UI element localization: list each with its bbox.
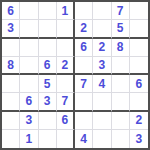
cell-r1c6-empty[interactable] <box>93 2 111 20</box>
cell-r7c2-given-3: 3 <box>20 112 38 130</box>
cell-r3c6-given-2: 2 <box>93 39 111 57</box>
cell-r2c8-empty[interactable] <box>130 20 148 38</box>
cell-r7c3-empty[interactable] <box>39 112 57 130</box>
cell-r8c7-empty[interactable] <box>112 130 130 148</box>
cell-r1c2-empty[interactable] <box>20 2 38 20</box>
cell-r5c5-given-7: 7 <box>75 75 93 93</box>
cell-r3c1-empty[interactable] <box>2 39 20 57</box>
cell-r5c4-empty[interactable] <box>57 75 75 93</box>
cell-r2c6-empty[interactable] <box>93 20 111 38</box>
cell-r8c6-empty[interactable] <box>93 130 111 148</box>
cell-r6c8-empty[interactable] <box>130 93 148 111</box>
cell-r3c7-given-8: 8 <box>112 39 130 57</box>
cell-r8c1-empty[interactable] <box>2 130 20 148</box>
cell-r2c4-empty[interactable] <box>57 20 75 38</box>
cell-r3c2-empty[interactable] <box>20 39 38 57</box>
cell-r7c6-empty[interactable] <box>93 112 111 130</box>
cell-r3c5-given-6: 6 <box>75 39 93 57</box>
cell-r3c3-empty[interactable] <box>39 39 57 57</box>
cell-r1c1-given-6: 6 <box>2 2 20 20</box>
cell-r4c8-empty[interactable] <box>130 57 148 75</box>
cell-r1c5-empty[interactable] <box>75 2 93 20</box>
cell-r6c2-given-6: 6 <box>20 93 38 111</box>
sudoku-board: 61732562886235746637362143 <box>0 0 150 150</box>
cell-r1c8-empty[interactable] <box>130 2 148 20</box>
cell-r6c7-empty[interactable] <box>112 93 130 111</box>
cell-r4c6-given-3: 3 <box>93 57 111 75</box>
cell-r1c3-empty[interactable] <box>39 2 57 20</box>
cell-r6c4-given-7: 7 <box>57 93 75 111</box>
cell-r2c2-empty[interactable] <box>20 20 38 38</box>
cell-r5c3-given-5: 5 <box>39 75 57 93</box>
cell-r6c3-given-3: 3 <box>39 93 57 111</box>
cell-r4c7-empty[interactable] <box>112 57 130 75</box>
cell-r6c1-empty[interactable] <box>2 93 20 111</box>
cell-r8c4-empty[interactable] <box>57 130 75 148</box>
cell-r8c8-given-3: 3 <box>130 130 148 148</box>
cell-r7c5-empty[interactable] <box>75 112 93 130</box>
cell-r6c5-empty[interactable] <box>75 93 93 111</box>
cell-r2c5-given-2: 2 <box>75 20 93 38</box>
cell-r6c6-empty[interactable] <box>93 93 111 111</box>
cell-r5c7-empty[interactable] <box>112 75 130 93</box>
cell-r5c8-given-6: 6 <box>130 75 148 93</box>
cell-r2c7-given-5: 5 <box>112 20 130 38</box>
cell-r4c5-empty[interactable] <box>75 57 93 75</box>
cell-r3c4-empty[interactable] <box>57 39 75 57</box>
cell-r5c2-empty[interactable] <box>20 75 38 93</box>
cell-r4c1-given-8: 8 <box>2 57 20 75</box>
cell-r2c1-given-3: 3 <box>2 20 20 38</box>
cell-r4c4-given-2: 2 <box>57 57 75 75</box>
cell-r3c8-empty[interactable] <box>130 39 148 57</box>
cell-r1c4-given-1: 1 <box>57 2 75 20</box>
cell-r4c3-given-6: 6 <box>39 57 57 75</box>
cell-r7c8-given-2: 2 <box>130 112 148 130</box>
cell-r8c5-given-4: 4 <box>75 130 93 148</box>
cell-r8c3-empty[interactable] <box>39 130 57 148</box>
cell-r5c1-empty[interactable] <box>2 75 20 93</box>
cell-r7c4-given-6: 6 <box>57 112 75 130</box>
cell-r7c7-empty[interactable] <box>112 112 130 130</box>
cell-r2c3-empty[interactable] <box>39 20 57 38</box>
cell-r5c6-given-4: 4 <box>93 75 111 93</box>
cell-r7c1-empty[interactable] <box>2 112 20 130</box>
cell-r1c7-given-7: 7 <box>112 2 130 20</box>
cell-r4c2-empty[interactable] <box>20 57 38 75</box>
cell-r8c2-given-1: 1 <box>20 130 38 148</box>
